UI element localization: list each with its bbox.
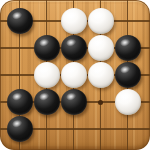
board-cell-a2[interactable] <box>6 35 33 62</box>
board-cell-d3[interactable] <box>87 62 114 89</box>
black-stone[interactable] <box>61 35 87 61</box>
board-cell-c3[interactable] <box>60 62 87 89</box>
board-cell-d1[interactable] <box>87 8 114 35</box>
board-cell-c1[interactable] <box>60 8 87 35</box>
board-cell-d4[interactable] <box>87 89 114 116</box>
black-stone[interactable] <box>115 62 141 88</box>
go-app-icon[interactable] <box>0 0 150 150</box>
board-cell-a3[interactable] <box>6 62 33 89</box>
white-stone[interactable] <box>88 35 114 61</box>
board-cell-e1[interactable] <box>114 8 141 35</box>
black-stone[interactable] <box>34 89 60 115</box>
star-point <box>98 100 103 105</box>
white-stone[interactable] <box>115 89 141 115</box>
board-cell-a4[interactable] <box>6 89 33 116</box>
black-stone[interactable] <box>7 89 33 115</box>
board-cell-b3[interactable] <box>33 62 60 89</box>
black-stone[interactable] <box>34 35 60 61</box>
white-stone[interactable] <box>34 62 60 88</box>
board-cell-b5[interactable] <box>33 116 60 143</box>
go-board-grid <box>6 8 141 143</box>
board-cell-d5[interactable] <box>87 116 114 143</box>
board-cell-a5[interactable] <box>6 116 33 143</box>
board-cell-c4[interactable] <box>60 89 87 116</box>
white-stone[interactable] <box>88 62 114 88</box>
white-stone[interactable] <box>61 8 87 34</box>
board-cell-c2[interactable] <box>60 35 87 62</box>
black-stone[interactable] <box>61 89 87 115</box>
black-stone[interactable] <box>7 8 33 34</box>
board-cell-e3[interactable] <box>114 62 141 89</box>
board-cell-e4[interactable] <box>114 89 141 116</box>
board-cell-b2[interactable] <box>33 35 60 62</box>
board-cell-b4[interactable] <box>33 89 60 116</box>
board-cell-c5[interactable] <box>60 116 87 143</box>
white-stone[interactable] <box>61 62 87 88</box>
board-cell-e5[interactable] <box>114 116 141 143</box>
black-stone[interactable] <box>115 35 141 61</box>
board-cell-e2[interactable] <box>114 35 141 62</box>
board-cell-b1[interactable] <box>33 8 60 35</box>
black-stone[interactable] <box>7 116 33 142</box>
white-stone[interactable] <box>88 8 114 34</box>
board-cell-d2[interactable] <box>87 35 114 62</box>
board-cell-a1[interactable] <box>6 8 33 35</box>
